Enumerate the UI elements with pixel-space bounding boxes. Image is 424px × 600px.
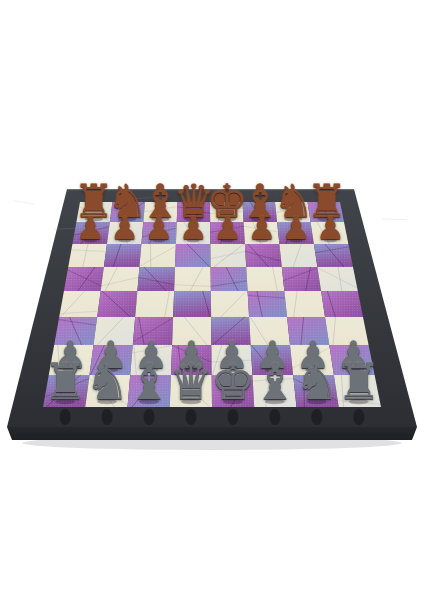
piece-white-bishop-f1[interactable]: ♝: [252, 357, 297, 407]
piece-white-king-e1[interactable]: ♚: [210, 357, 255, 407]
square-texture: [64, 267, 104, 291]
frame-marble-streak: [13, 200, 35, 204]
chess-board: [0, 0, 424, 600]
piece-reflection: [102, 409, 113, 425]
piece-black-pawn-b7[interactable]: ♟: [110, 211, 139, 243]
piece-white-knight-b1[interactable]: ♞: [85, 357, 130, 407]
square-texture: [97, 291, 137, 317]
piece-white-knight-g1[interactable]: ♞: [294, 357, 339, 407]
square-g6[interactable]: [279, 244, 317, 267]
piece-black-pawn-a7[interactable]: ♟: [76, 211, 105, 243]
frame-marble-streak: [54, 228, 76, 229]
square-texture: [173, 291, 211, 317]
piece-black-pawn-g7[interactable]: ♟: [282, 211, 311, 243]
piece-white-bishop-c1[interactable]: ♝: [127, 357, 172, 407]
frame-marble-streak: [382, 219, 406, 220]
square-texture: [104, 244, 142, 267]
leaf-vein: [150, 244, 151, 267]
piece-black-pawn-d7[interactable]: ♟: [179, 211, 208, 243]
piece-black-pawn-f7[interactable]: ♟: [247, 211, 276, 243]
square-texture: [321, 291, 363, 317]
square-a6[interactable]: [68, 244, 107, 267]
square-texture: [245, 244, 282, 267]
piece-reflection: [60, 409, 71, 425]
piece-reflection: [311, 409, 322, 425]
square-texture: [248, 291, 287, 317]
square-c4[interactable]: [135, 291, 174, 317]
piece-reflection: [269, 409, 280, 425]
square-texture: [175, 244, 211, 267]
square-g4[interactable]: [284, 291, 325, 317]
square-f5[interactable]: [246, 267, 284, 291]
board-edge-fascia: [7, 427, 417, 440]
piece-white-rook-h1[interactable]: ♜: [336, 357, 381, 407]
piece-reflection: [185, 409, 196, 425]
piece-black-pawn-h7[interactable]: ♟: [316, 211, 345, 243]
piece-black-pawn-c7[interactable]: ♟: [145, 211, 174, 243]
piece-white-rook-a1[interactable]: ♜: [43, 357, 88, 407]
square-d5[interactable]: [174, 267, 211, 291]
square-e4[interactable]: [211, 291, 249, 317]
piece-reflection: [353, 409, 364, 425]
piece-reflection: [227, 409, 238, 425]
square-texture: [211, 267, 248, 291]
square-b5[interactable]: [101, 267, 140, 291]
piece-black-pawn-e7[interactable]: ♟: [213, 211, 242, 243]
piece-white-queen-d1[interactable]: ♛: [169, 357, 214, 407]
chess-set-photo: ♜♞♝♛♚♝♞♜♟♟♟♟♟♟♟♟♟♟♟♟♟♟♟♟♜♞♝♛♚♝♞♜: [0, 0, 424, 600]
piece-reflection: [144, 409, 155, 425]
square-texture: [137, 267, 175, 291]
